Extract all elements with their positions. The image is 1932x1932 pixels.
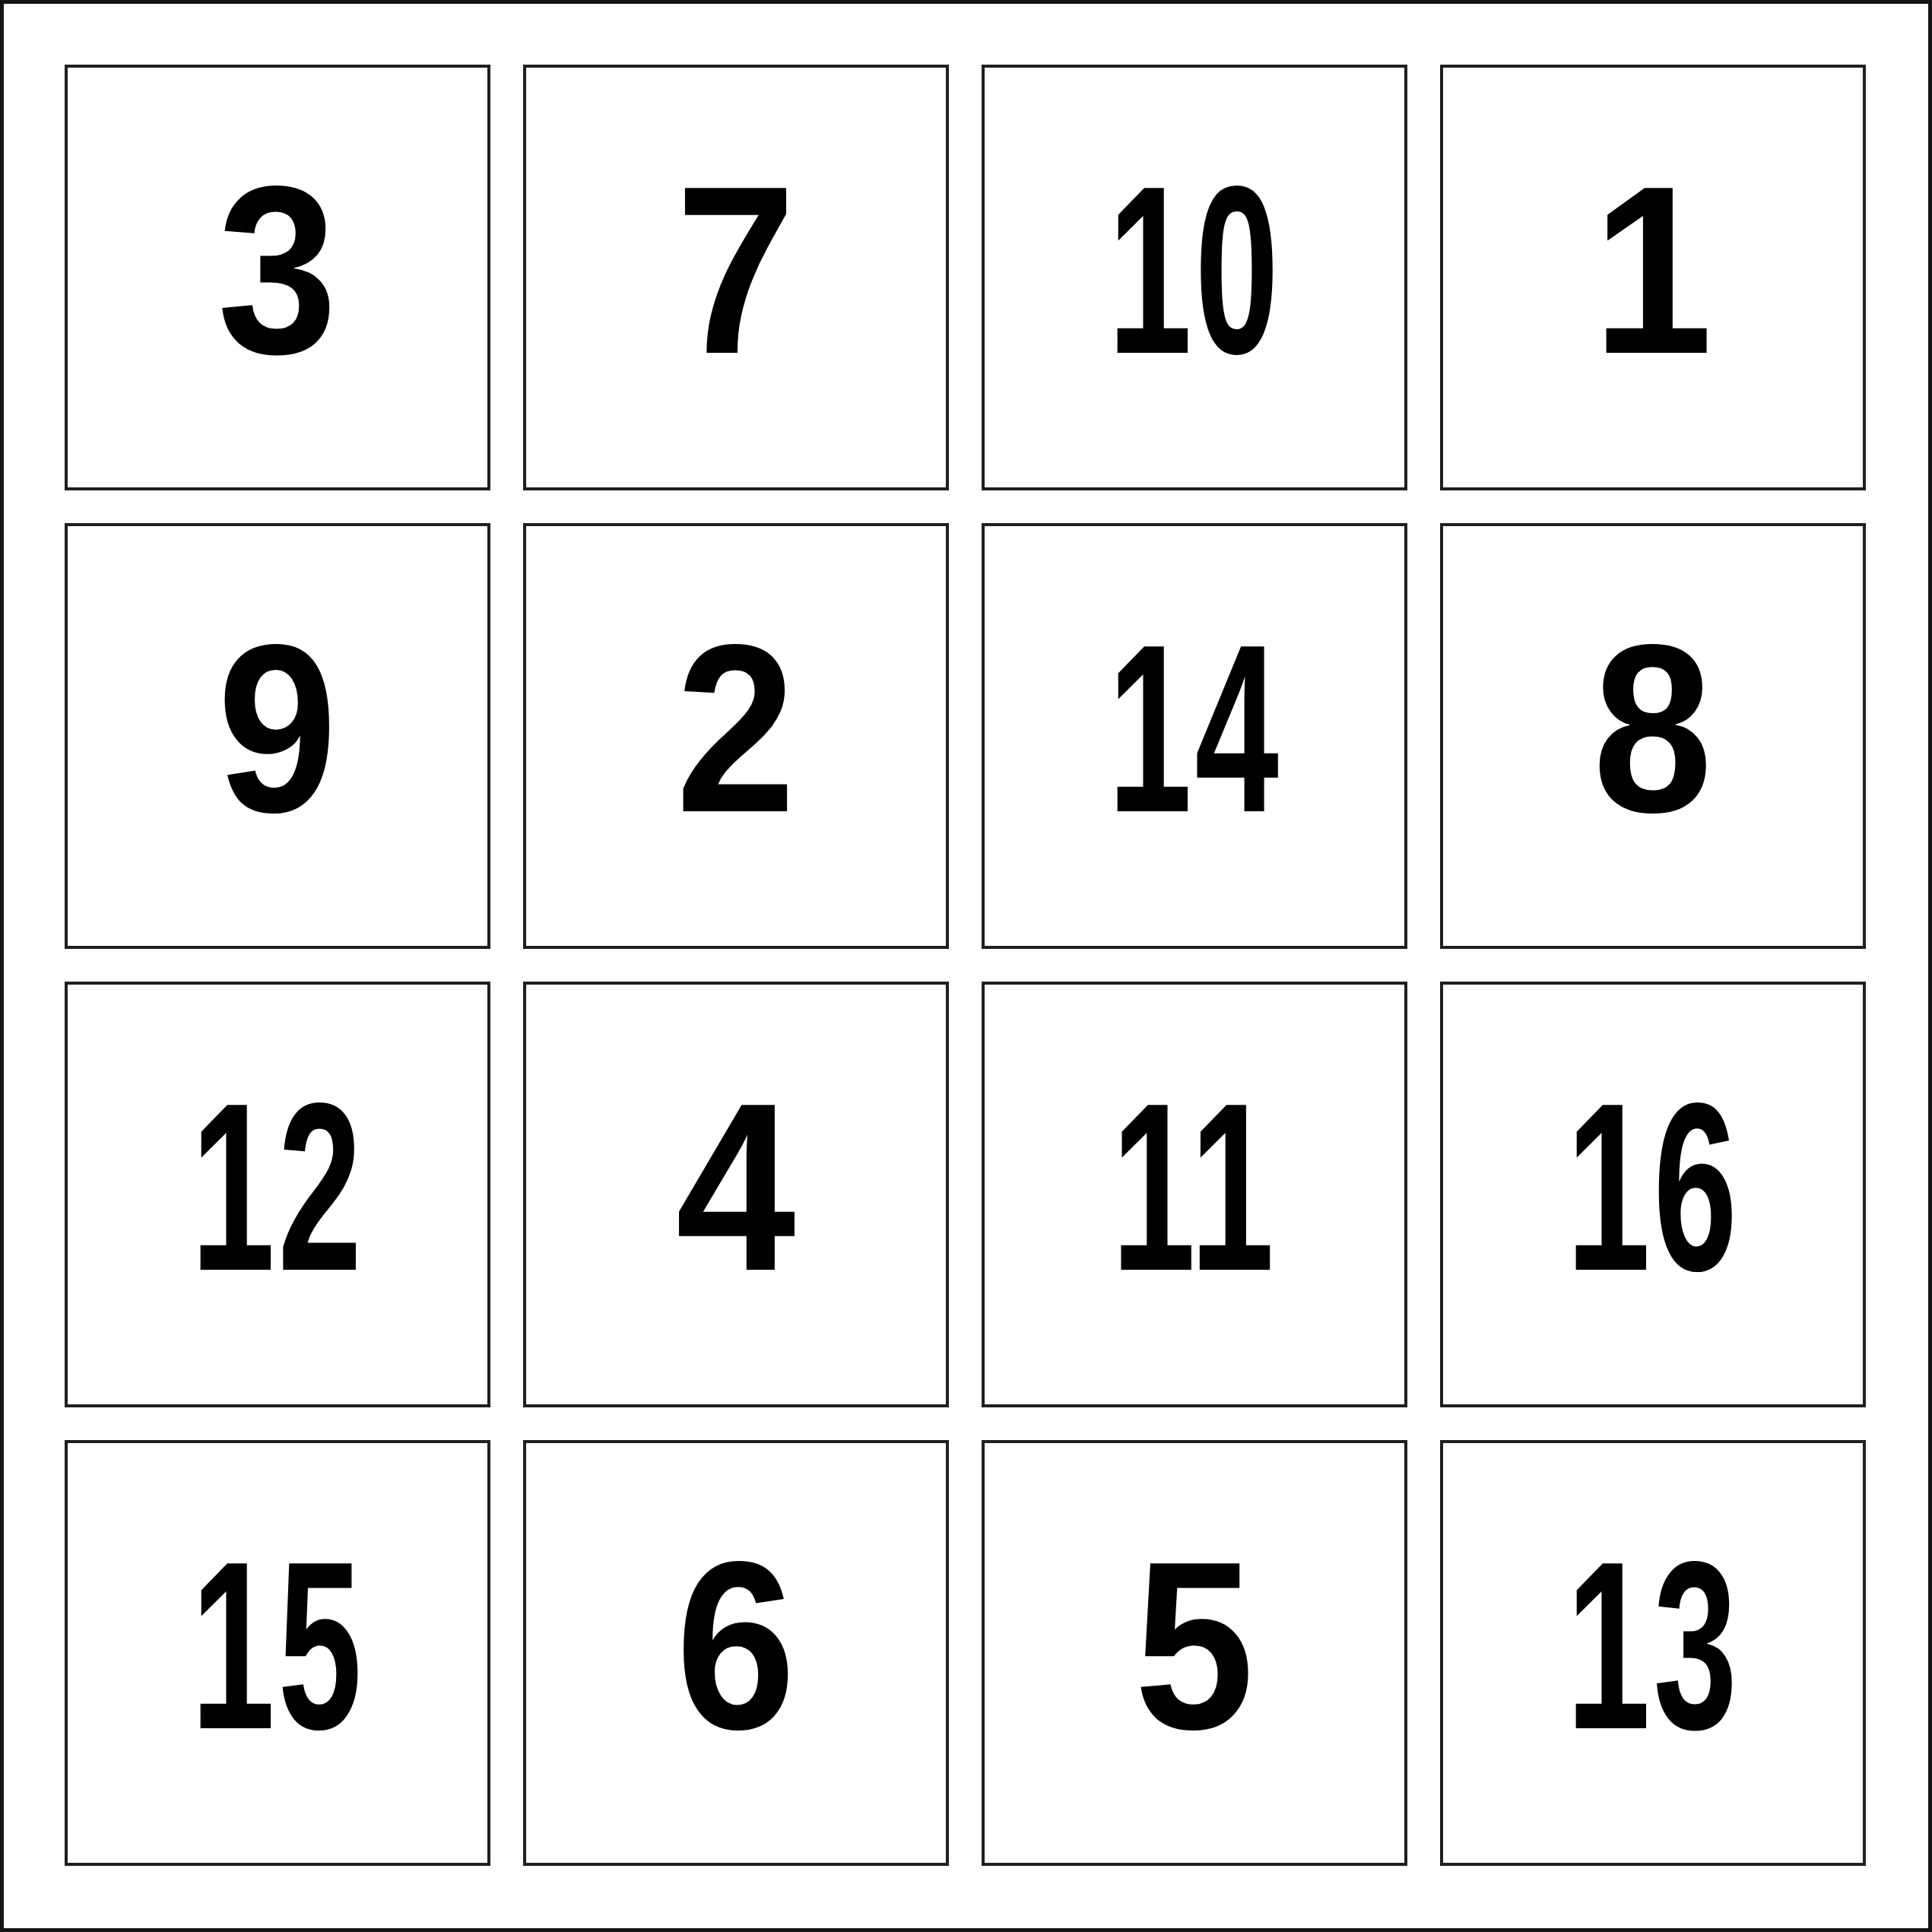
tile-number: 10 xyxy=(1108,151,1282,390)
tile-r4c4[interactable]: 13 xyxy=(1440,1440,1866,1866)
tile-r3c4[interactable]: 16 xyxy=(1440,982,1866,1407)
tile-r2c4[interactable]: 8 xyxy=(1440,523,1866,949)
tile-r4c2[interactable]: 6 xyxy=(523,1440,949,1866)
tile-number: 9 xyxy=(217,609,338,849)
tile-r1c1[interactable]: 3 xyxy=(65,65,490,490)
tile-r2c1[interactable]: 9 xyxy=(65,523,490,949)
tile-number: 14 xyxy=(1108,609,1282,849)
tile-r3c3[interactable]: 11 xyxy=(982,982,1407,1407)
tile-number: 2 xyxy=(676,609,796,849)
tile-r4c1[interactable]: 15 xyxy=(65,1440,490,1866)
tile-number: 11 xyxy=(1112,1068,1277,1307)
tile-number: 5 xyxy=(1134,1526,1255,1765)
tile-number: 4 xyxy=(676,1068,796,1307)
tile-r4c3[interactable]: 5 xyxy=(982,1440,1407,1866)
tile-r1c3[interactable]: 10 xyxy=(982,65,1407,490)
tile-number: 12 xyxy=(191,1068,365,1307)
tile-number: 1 xyxy=(1593,151,1713,390)
tile-number: 6 xyxy=(676,1526,796,1765)
tile-r1c2[interactable]: 7 xyxy=(523,65,949,490)
tile-number: 7 xyxy=(676,151,796,390)
puzzle-board: 3 7 10 1 9 2 14 8 12 4 11 16 15 6 5 13 xyxy=(65,65,1866,1866)
tile-r2c2[interactable]: 2 xyxy=(523,523,949,949)
tile-number: 13 xyxy=(1566,1526,1740,1765)
tile-number: 3 xyxy=(217,151,338,390)
tile-r2c3[interactable]: 14 xyxy=(982,523,1407,949)
tile-r3c2[interactable]: 4 xyxy=(523,982,949,1407)
tile-number: 16 xyxy=(1566,1068,1740,1307)
tile-number: 15 xyxy=(191,1526,365,1765)
tile-r1c4[interactable]: 1 xyxy=(1440,65,1866,490)
tile-r3c1[interactable]: 12 xyxy=(65,982,490,1407)
tile-number: 8 xyxy=(1593,609,1713,849)
